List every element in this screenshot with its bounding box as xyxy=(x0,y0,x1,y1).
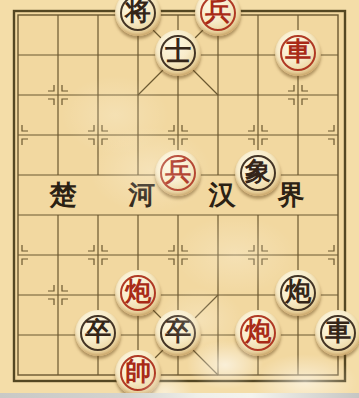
black-elephant[interactable]: 象 xyxy=(235,150,281,196)
black-general[interactable]: 将 xyxy=(115,0,161,36)
black-chariot[interactable]: 車 xyxy=(315,310,359,356)
piece-glyph: 炮 xyxy=(245,319,271,345)
black-cannon[interactable]: 炮 xyxy=(275,270,321,316)
piece-glyph: 卒 xyxy=(165,319,191,345)
red-cannon[interactable]: 炮 xyxy=(115,270,161,316)
red-soldier[interactable]: 兵 xyxy=(155,150,201,196)
piece-glyph: 士 xyxy=(165,39,191,65)
piece-glyph: 車 xyxy=(285,39,311,65)
black-soldier[interactable]: 卒 xyxy=(75,310,121,356)
piece-glyph: 炮 xyxy=(125,279,151,305)
piece-glyph: 象 xyxy=(245,159,271,185)
red-chariot[interactable]: 車 xyxy=(275,30,321,76)
red-general[interactable]: 帥 xyxy=(115,350,161,396)
black-soldier[interactable]: 卒 xyxy=(155,310,201,356)
red-cannon[interactable]: 炮 xyxy=(235,310,281,356)
piece-glyph: 帥 xyxy=(125,359,151,385)
piece-glyph: 車 xyxy=(325,319,351,345)
red-soldier[interactable]: 兵 xyxy=(195,0,241,36)
black-advisor[interactable]: 士 xyxy=(155,30,201,76)
piece-glyph: 炮 xyxy=(285,279,311,305)
xiangqi-board[interactable]: 楚 河 汉 界 将兵士車兵象炮炮卒卒炮車帥 xyxy=(0,0,359,398)
piece-glyph: 兵 xyxy=(205,0,231,25)
piece-glyph: 将 xyxy=(125,0,151,25)
piece-layer: 将兵士車兵象炮炮卒卒炮車帥 xyxy=(0,0,358,395)
bottom-strip xyxy=(0,393,359,398)
piece-glyph: 兵 xyxy=(165,159,191,185)
piece-glyph: 卒 xyxy=(85,319,111,345)
